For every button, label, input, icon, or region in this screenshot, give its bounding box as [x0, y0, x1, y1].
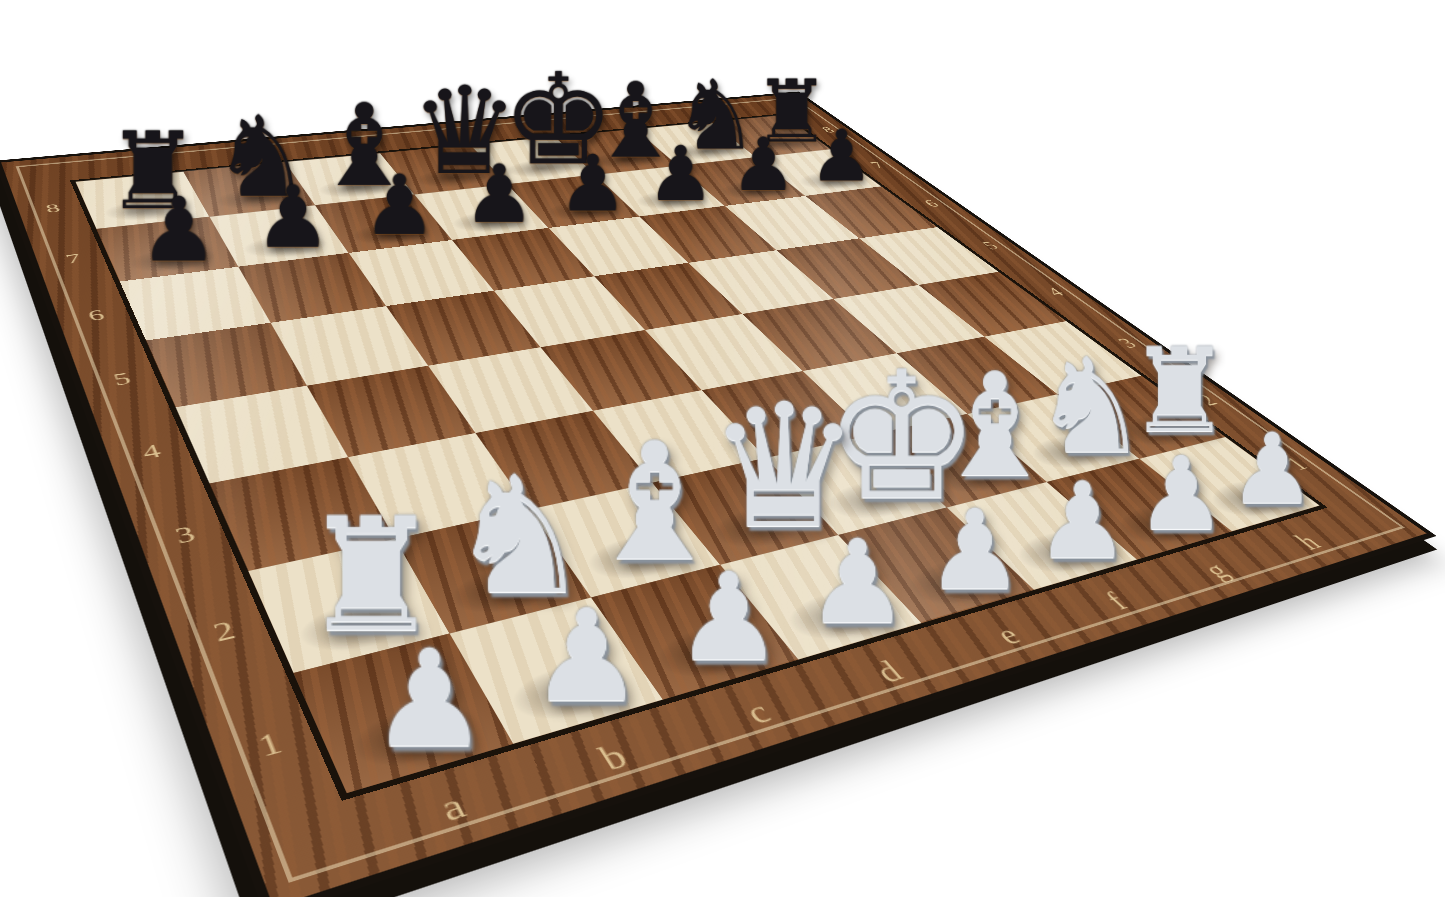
- rank-label-left-3: 3: [172, 522, 198, 547]
- file-label-h: h: [1288, 530, 1326, 554]
- piece-shadow: [500, 157, 583, 181]
- file-label-c: c: [739, 695, 777, 729]
- rank-label-right-5: 5: [979, 240, 1002, 252]
- file-label-e: e: [989, 620, 1027, 649]
- file-label-f: f: [1099, 588, 1134, 614]
- rank-label-left-6: 6: [86, 307, 107, 323]
- piece-shadow: [500, 653, 642, 731]
- piece-shadow: [237, 231, 333, 262]
- rank-label-left-5: 5: [111, 370, 133, 388]
- rank-label-right-8: 8: [818, 125, 837, 134]
- square-a5: [146, 323, 307, 408]
- file-label-a: a: [434, 787, 471, 827]
- square-a6: [120, 267, 271, 341]
- piece-shadow: [576, 527, 701, 587]
- board-grid: ♜♞♝♛♚♝♞♜♟♟♟♟♟♟♟♟♜♞♝♛♚♝♞♜♟♟♟♟♟♟♟♟: [76, 115, 1320, 793]
- piece-shadow: [123, 244, 223, 277]
- chess-board: ♜♞♝♛♚♝♞♜♟♟♟♟♟♟♟♟♜♞♝♛♚♝♞♜♟♟♟♟♟♟♟♟ 8877665…: [1, 93, 1427, 897]
- piece-white-pawn-h1: ♟: [1209, 425, 1337, 515]
- rank-label-left-2: 2: [209, 617, 238, 646]
- piece-shadow: [340, 694, 490, 779]
- square-e3: [702, 371, 871, 458]
- rank-label-left-7: 7: [63, 251, 82, 265]
- square-c5: [386, 291, 540, 366]
- piece-shadow: [894, 552, 1016, 613]
- rank-label-right-6: 6: [920, 198, 942, 209]
- piece-shadow: [1003, 524, 1119, 581]
- piece-shadow: [539, 197, 626, 224]
- product-photo-canvas: ♜♞♝♛♚♝♞♜♟♟♟♟♟♟♟♟♜♞♝♛♚♝♞♜♟♟♟♟♟♟♟♟ 8877665…: [0, 0, 1445, 897]
- piece-shadow: [1197, 474, 1304, 523]
- piece-shadow: [921, 451, 1030, 500]
- piece-shadow: [644, 616, 778, 687]
- rank-label-right-7: 7: [867, 160, 888, 170]
- file-label-d: d: [869, 656, 909, 688]
- rank-label-right-2: 2: [1192, 392, 1221, 408]
- rank-label-left-8: 8: [44, 202, 62, 215]
- piece-shadow: [774, 583, 902, 649]
- rank-label-left-4: 4: [139, 441, 163, 462]
- rank-label-left-1: 1: [254, 727, 286, 761]
- file-label-b: b: [593, 738, 633, 776]
- piece-shadow: [209, 185, 301, 212]
- piece-shadow: [1104, 498, 1215, 551]
- rank-label-right-1: 1: [1280, 454, 1312, 472]
- piece-shadow: [1019, 429, 1124, 475]
- piece-shadow: [1109, 409, 1210, 452]
- piece-shadow: [628, 187, 712, 212]
- rank-label-right-3: 3: [1114, 336, 1141, 351]
- file-label-g: g: [1196, 557, 1235, 583]
- rank-label-right-4: 4: [1043, 285, 1068, 298]
